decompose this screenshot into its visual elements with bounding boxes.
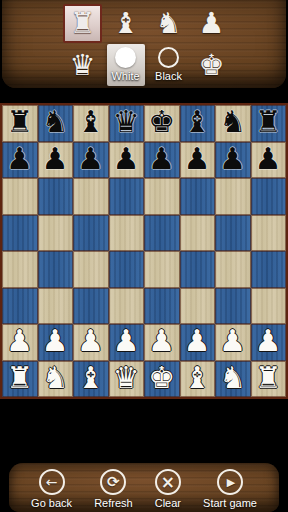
square-c7[interactable]: ♟ [73,142,109,179]
square-d8[interactable]: ♛ [109,105,145,142]
queen-icon: ♛ [70,51,96,80]
square-b4[interactable] [38,251,74,288]
square-c4[interactable] [73,251,109,288]
square-h8[interactable]: ♜ [251,105,287,142]
black-pawn: ♟ [113,144,140,174]
white-pawn: ♟ [255,326,282,356]
square-a4[interactable] [2,251,38,288]
square-e7[interactable]: ♟ [144,142,180,179]
refresh-button[interactable]: ⟳ Refresh [94,469,133,509]
square-c6[interactable] [73,178,109,215]
black-knight: ♞ [219,107,246,137]
palette-king-button[interactable]: ♚ [190,44,233,86]
palette-knight-button[interactable]: ♞ [147,2,190,44]
square-d5[interactable] [109,215,145,252]
white-pawn: ♟ [184,326,211,356]
white-pawn: ♟ [219,326,246,356]
black-pawn: ♟ [255,144,282,174]
square-h4[interactable] [251,251,287,288]
start-game-label: Start game [203,498,257,509]
white-queen: ♛ [113,363,140,393]
square-e6[interactable] [144,178,180,215]
square-h6[interactable] [251,178,287,215]
square-e1[interactable]: ♚ [144,361,180,398]
square-f6[interactable] [180,178,216,215]
square-f1[interactable]: ♝ [180,361,216,398]
palette-bishop-button[interactable]: ♝ [104,2,147,44]
square-d3[interactable] [109,288,145,325]
black-bishop: ♝ [184,107,211,137]
square-d6[interactable] [109,178,145,215]
square-d1[interactable]: ♛ [109,361,145,398]
square-c8[interactable]: ♝ [73,105,109,142]
chess-editor-screen: ♜ ♝ ♞ ♟ ♛ White [0,0,288,512]
square-b2[interactable]: ♟ [38,324,74,361]
square-a7[interactable]: ♟ [2,142,38,179]
black-color-toggle[interactable]: Black [147,44,190,86]
white-pawn: ♟ [6,326,33,356]
palette-queen-button[interactable]: ♛ [61,44,104,86]
chess-board: ♜♞♝♛♚♝♞♜♟♟♟♟♟♟♟♟♟♟♟♟♟♟♟♟♜♞♝♛♚♝♞♜ [0,103,288,399]
selected-piece-highlight: ♜ [63,4,102,43]
start-game-button[interactable]: ▶ Start game [203,469,257,509]
square-e5[interactable] [144,215,180,252]
rook-icon: ♜ [70,9,96,38]
white-pawn: ♟ [148,326,175,356]
clear-button[interactable]: × Clear [155,469,181,509]
square-g6[interactable] [215,178,251,215]
square-g1[interactable]: ♞ [215,361,251,398]
square-a2[interactable]: ♟ [2,324,38,361]
square-c5[interactable] [73,215,109,252]
square-h1[interactable]: ♜ [251,361,287,398]
palette-pawn-button[interactable]: ♟ [190,2,233,44]
bottom-toolbar: ← Go back ⟳ Refresh × Clear ▶ Start game [9,463,279,512]
black-pawn: ♟ [42,144,69,174]
white-color-toggle[interactable]: White [104,44,147,86]
square-h5[interactable] [251,215,287,252]
white-knight: ♞ [219,363,246,393]
piece-palette-toolbar: ♜ ♝ ♞ ♟ ♛ White [2,0,286,88]
square-b8[interactable]: ♞ [38,105,74,142]
square-a8[interactable]: ♜ [2,105,38,142]
white-pawn: ♟ [77,326,104,356]
black-toggle-label: Black [155,71,182,82]
play-circle-icon: ▶ [217,469,243,495]
white-rook: ♜ [6,363,33,393]
black-pawn: ♟ [148,144,175,174]
black-king: ♚ [148,107,175,137]
white-circle-icon [115,47,136,68]
square-h3[interactable] [251,288,287,325]
square-e2[interactable]: ♟ [144,324,180,361]
square-d7[interactable]: ♟ [109,142,145,179]
black-queen: ♛ [113,107,140,137]
square-f8[interactable]: ♝ [180,105,216,142]
square-a5[interactable] [2,215,38,252]
square-b5[interactable] [38,215,74,252]
piece-palette: ♜ ♝ ♞ ♟ ♛ White [61,2,233,86]
white-toggle-highlight: White [107,44,145,86]
white-king: ♚ [148,363,175,393]
square-g5[interactable] [215,215,251,252]
square-c2[interactable]: ♟ [73,324,109,361]
square-g2[interactable]: ♟ [215,324,251,361]
square-a3[interactable] [2,288,38,325]
black-bishop: ♝ [77,107,104,137]
black-pawn: ♟ [77,144,104,174]
square-g3[interactable] [215,288,251,325]
white-rook: ♜ [255,363,282,393]
square-g4[interactable] [215,251,251,288]
square-b6[interactable] [38,178,74,215]
back-arrow-circle-icon: ← [39,469,65,495]
square-f5[interactable] [180,215,216,252]
clear-label: Clear [155,498,181,509]
bishop-icon: ♝ [113,9,139,38]
refresh-circle-icon: ⟳ [100,469,126,495]
black-rook: ♜ [6,107,33,137]
square-g8[interactable]: ♞ [215,105,251,142]
square-e8[interactable]: ♚ [144,105,180,142]
square-b7[interactable]: ♟ [38,142,74,179]
square-f2[interactable]: ♟ [180,324,216,361]
white-bishop: ♝ [77,363,104,393]
clear-x-circle-icon: × [155,469,181,495]
square-f3[interactable] [180,288,216,325]
white-knight: ♞ [42,363,69,393]
square-a6[interactable] [2,178,38,215]
square-a1[interactable]: ♜ [2,361,38,398]
black-toggle: Black [147,44,190,86]
knight-icon: ♞ [156,9,182,38]
go-back-label: Go back [31,498,72,509]
white-bishop: ♝ [184,363,211,393]
square-b3[interactable] [38,288,74,325]
palette-rook-button[interactable]: ♜ [61,2,104,44]
black-pawn: ♟ [219,144,246,174]
square-c3[interactable] [73,288,109,325]
pawn-icon: ♟ [199,9,225,38]
square-g7[interactable]: ♟ [215,142,251,179]
refresh-label: Refresh [94,498,133,509]
square-h7[interactable]: ♟ [251,142,287,179]
square-e3[interactable] [144,288,180,325]
white-pawn: ♟ [42,326,69,356]
square-h2[interactable]: ♟ [251,324,287,361]
white-pawn: ♟ [113,326,140,356]
square-f4[interactable] [180,251,216,288]
black-pawn: ♟ [184,144,211,174]
black-knight: ♞ [42,107,69,137]
black-rook: ♜ [255,107,282,137]
square-f7[interactable]: ♟ [180,142,216,179]
white-toggle-label: White [111,71,139,82]
square-d4[interactable] [109,251,145,288]
square-b1[interactable]: ♞ [38,361,74,398]
black-pawn: ♟ [6,144,33,174]
square-c1[interactable]: ♝ [73,361,109,398]
black-circle-icon [158,47,179,68]
square-e4[interactable] [144,251,180,288]
go-back-button[interactable]: ← Go back [31,469,72,509]
square-d2[interactable]: ♟ [109,324,145,361]
king-icon: ♚ [199,51,225,80]
